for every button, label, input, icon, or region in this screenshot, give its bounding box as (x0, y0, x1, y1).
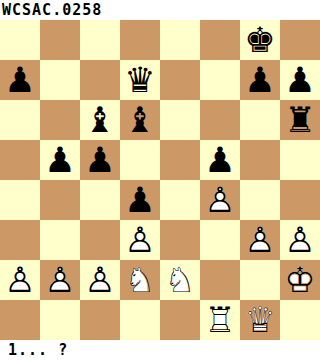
square-f6[interactable] (200, 100, 240, 140)
square-h5[interactable] (280, 140, 320, 180)
square-c2[interactable]: ♟♙ (80, 260, 120, 300)
square-a6[interactable] (0, 100, 40, 140)
square-a2[interactable]: ♟♙ (0, 260, 40, 300)
white-king[interactable]: ♚♔ (284, 260, 315, 300)
title-bar: WCSAC.0258 (0, 0, 320, 20)
black-bishop[interactable]: ♝ (84, 100, 115, 140)
square-g8[interactable]: ♚ (240, 20, 280, 60)
square-a4[interactable] (0, 180, 40, 220)
square-f1[interactable]: ♜♖ (200, 300, 240, 340)
white-rook[interactable]: ♜♖ (204, 300, 235, 340)
white-queen[interactable]: ♛♕ (244, 300, 275, 340)
move-prompt: 1... ? (0, 341, 68, 359)
square-e7[interactable] (160, 60, 200, 100)
square-h6[interactable]: ♜ (280, 100, 320, 140)
square-g6[interactable] (240, 100, 280, 140)
black-pawn[interactable]: ♟ (124, 180, 155, 220)
black-rook[interactable]: ♜ (284, 100, 315, 140)
black-pawn[interactable]: ♟ (204, 140, 235, 180)
square-f3[interactable] (200, 220, 240, 260)
black-pawn[interactable]: ♟ (44, 140, 75, 180)
square-a8[interactable] (0, 20, 40, 60)
chess-board: ♚♟♛♟♟♝♝♜♟♟♟♟♟♙♟♙♟♙♟♙♟♙♟♙♟♙♞♘♞♘♚♔♜♖♛♕ (0, 20, 320, 340)
square-d8[interactable] (120, 20, 160, 60)
square-d1[interactable] (120, 300, 160, 340)
square-a1[interactable] (0, 300, 40, 340)
square-h3[interactable]: ♟♙ (280, 220, 320, 260)
square-c1[interactable] (80, 300, 120, 340)
black-pawn[interactable]: ♟ (84, 140, 115, 180)
square-f2[interactable] (200, 260, 240, 300)
square-e5[interactable] (160, 140, 200, 180)
square-a3[interactable] (0, 220, 40, 260)
white-pawn[interactable]: ♟♙ (204, 180, 235, 220)
square-b8[interactable] (40, 20, 80, 60)
square-d4[interactable]: ♟ (120, 180, 160, 220)
square-b3[interactable] (40, 220, 80, 260)
square-f4[interactable]: ♟♙ (200, 180, 240, 220)
black-pawn[interactable]: ♟ (284, 60, 315, 100)
square-h8[interactable] (280, 20, 320, 60)
black-king[interactable]: ♚ (244, 20, 275, 60)
square-b1[interactable] (40, 300, 80, 340)
square-e8[interactable] (160, 20, 200, 60)
square-g2[interactable] (240, 260, 280, 300)
black-pawn[interactable]: ♟ (4, 60, 35, 100)
square-b6[interactable] (40, 100, 80, 140)
square-d2[interactable]: ♞♘ (120, 260, 160, 300)
white-pawn[interactable]: ♟♙ (84, 260, 115, 300)
square-c5[interactable]: ♟ (80, 140, 120, 180)
square-h1[interactable] (280, 300, 320, 340)
white-knight[interactable]: ♞♘ (124, 260, 155, 300)
black-bishop[interactable]: ♝ (124, 100, 155, 140)
square-c8[interactable] (80, 20, 120, 60)
square-e6[interactable] (160, 100, 200, 140)
square-f8[interactable] (200, 20, 240, 60)
puzzle-id: WCSAC.0258 (0, 1, 102, 19)
white-pawn[interactable]: ♟♙ (284, 220, 315, 260)
square-g1[interactable]: ♛♕ (240, 300, 280, 340)
black-queen[interactable]: ♛ (124, 60, 155, 100)
square-d7[interactable]: ♛ (120, 60, 160, 100)
square-e1[interactable] (160, 300, 200, 340)
square-g3[interactable]: ♟♙ (240, 220, 280, 260)
square-c3[interactable] (80, 220, 120, 260)
square-b7[interactable] (40, 60, 80, 100)
white-pawn[interactable]: ♟♙ (244, 220, 275, 260)
square-h2[interactable]: ♚♔ (280, 260, 320, 300)
square-c7[interactable] (80, 60, 120, 100)
square-c4[interactable] (80, 180, 120, 220)
white-pawn[interactable]: ♟♙ (124, 220, 155, 260)
square-d3[interactable]: ♟♙ (120, 220, 160, 260)
square-d5[interactable] (120, 140, 160, 180)
square-e4[interactable] (160, 180, 200, 220)
square-c6[interactable]: ♝ (80, 100, 120, 140)
square-h7[interactable]: ♟ (280, 60, 320, 100)
black-pawn[interactable]: ♟ (244, 60, 275, 100)
square-e2[interactable]: ♞♘ (160, 260, 200, 300)
square-b4[interactable] (40, 180, 80, 220)
square-h4[interactable] (280, 180, 320, 220)
white-pawn[interactable]: ♟♙ (4, 260, 35, 300)
square-d6[interactable]: ♝ (120, 100, 160, 140)
square-g7[interactable]: ♟ (240, 60, 280, 100)
white-knight[interactable]: ♞♘ (164, 260, 195, 300)
square-a7[interactable]: ♟ (0, 60, 40, 100)
square-g5[interactable] (240, 140, 280, 180)
square-a5[interactable] (0, 140, 40, 180)
move-bar: 1... ? (0, 340, 320, 360)
square-g4[interactable] (240, 180, 280, 220)
square-f5[interactable]: ♟ (200, 140, 240, 180)
square-b2[interactable]: ♟♙ (40, 260, 80, 300)
square-e3[interactable] (160, 220, 200, 260)
square-f7[interactable] (200, 60, 240, 100)
white-pawn[interactable]: ♟♙ (44, 260, 75, 300)
square-b5[interactable]: ♟ (40, 140, 80, 180)
